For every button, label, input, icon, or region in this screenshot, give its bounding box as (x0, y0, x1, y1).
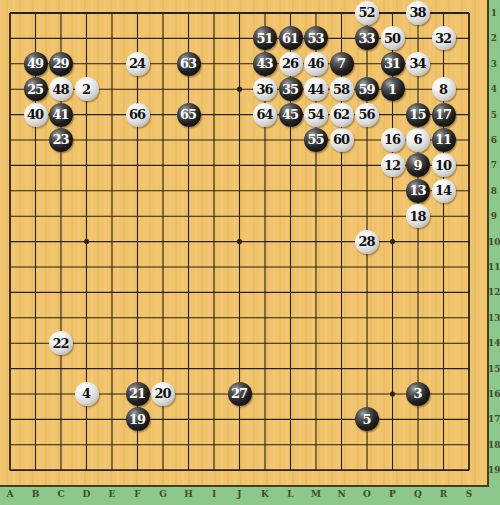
stone-black-29[interactable]: 29 (49, 52, 73, 76)
row-label-1: 1 (488, 8, 500, 18)
stone-move-number: 1 (388, 83, 396, 96)
col-label-B: B (32, 489, 40, 499)
stone-black-5[interactable]: 5 (355, 407, 379, 431)
stone-move-number: 56 (358, 108, 374, 121)
stone-move-number: 10 (435, 159, 451, 172)
stone-black-51[interactable]: 51 (253, 26, 277, 50)
stone-move-number: 51 (256, 32, 272, 45)
col-label-I: I (212, 489, 216, 499)
stone-black-11[interactable]: 11 (432, 128, 456, 152)
stone-move-number: 7 (337, 57, 345, 70)
stone-move-number: 15 (409, 108, 425, 121)
row-label-5: 5 (488, 110, 500, 120)
stone-black-15[interactable]: 15 (406, 103, 430, 127)
stone-move-number: 52 (358, 6, 374, 19)
row-label-14: 14 (488, 338, 500, 348)
stone-black-23[interactable]: 23 (49, 128, 73, 152)
row-label-3: 3 (488, 59, 500, 69)
row-label-9: 9 (488, 211, 500, 221)
stone-move-number: 58 (333, 83, 349, 96)
stone-black-19[interactable]: 19 (126, 407, 150, 431)
stone-move-number: 11 (435, 133, 451, 146)
stone-white-24[interactable]: 24 (126, 52, 150, 76)
row-label-15: 15 (488, 364, 500, 374)
stone-white-14[interactable]: 14 (432, 179, 456, 203)
stone-move-number: 36 (256, 83, 272, 96)
col-label-F: F (134, 489, 140, 499)
stone-white-2[interactable]: 2 (75, 77, 99, 101)
stone-white-10[interactable]: 10 (432, 153, 456, 177)
stone-black-41[interactable]: 41 (49, 103, 73, 127)
stone-move-number: 46 (307, 57, 323, 70)
col-label-M: M (311, 489, 321, 499)
stone-move-number: 25 (27, 83, 43, 96)
stone-move-number: 21 (129, 387, 145, 400)
col-label-E: E (109, 489, 116, 499)
row-label-17: 17 (488, 414, 500, 424)
stone-white-36[interactable]: 36 (253, 77, 277, 101)
col-label-O: O (363, 489, 371, 499)
row-label-4: 4 (488, 84, 500, 94)
stone-move-number: 50 (384, 32, 400, 45)
stone-white-60[interactable]: 60 (330, 128, 354, 152)
row-label-6: 6 (488, 135, 500, 145)
col-label-K: K (261, 489, 269, 499)
stone-white-52[interactable]: 52 (355, 1, 379, 25)
row-label-16: 16 (488, 389, 500, 399)
go-board-diagram: 1234567891011121314151617181920212223242… (0, 0, 500, 505)
stone-move-number: 18 (409, 210, 425, 223)
stone-move-number: 13 (409, 184, 425, 197)
col-label-C: C (57, 489, 64, 499)
stone-white-44[interactable]: 44 (304, 77, 328, 101)
stone-white-62[interactable]: 62 (330, 103, 354, 127)
stone-move-number: 12 (384, 159, 400, 172)
stone-move-number: 28 (358, 235, 374, 248)
col-label-L: L (287, 489, 293, 499)
stone-move-number: 38 (409, 6, 425, 19)
stone-move-number: 31 (384, 57, 400, 70)
stone-move-number: 16 (384, 133, 400, 146)
stone-black-61[interactable]: 61 (279, 26, 303, 50)
col-label-G: G (159, 489, 167, 499)
col-label-H: H (184, 489, 193, 499)
stone-white-18[interactable]: 18 (406, 204, 430, 228)
stone-black-53[interactable]: 53 (304, 26, 328, 50)
stone-move-number: 9 (413, 159, 421, 172)
stone-black-49[interactable]: 49 (24, 52, 48, 76)
stone-move-number: 43 (256, 57, 272, 70)
stone-move-number: 14 (435, 184, 451, 197)
stone-move-number: 24 (129, 57, 145, 70)
stone-white-58[interactable]: 58 (330, 77, 354, 101)
stone-white-12[interactable]: 12 (381, 153, 405, 177)
stone-white-64[interactable]: 64 (253, 103, 277, 127)
stone-move-number: 33 (358, 32, 374, 45)
stone-white-48[interactable]: 48 (49, 77, 73, 101)
stone-white-32[interactable]: 32 (432, 26, 456, 50)
stone-move-number: 44 (307, 83, 323, 96)
stone-move-number: 19 (129, 413, 145, 426)
col-label-N: N (337, 489, 345, 499)
stone-move-number: 8 (439, 83, 447, 96)
stone-black-35[interactable]: 35 (279, 77, 303, 101)
stone-move-number: 34 (409, 57, 425, 70)
stone-black-17[interactable]: 17 (432, 103, 456, 127)
col-label-P: P (389, 489, 396, 499)
stone-white-8[interactable]: 8 (432, 77, 456, 101)
row-label-2: 2 (488, 33, 500, 43)
row-label-8: 8 (488, 186, 500, 196)
stone-black-3[interactable]: 3 (406, 382, 430, 406)
col-label-D: D (83, 489, 91, 499)
stone-white-28[interactable]: 28 (355, 230, 379, 254)
stone-move-number: 26 (282, 57, 298, 70)
col-label-S: S (466, 489, 473, 499)
stone-move-number: 29 (52, 57, 68, 70)
stones-grid: 1234567891011121314151617181920212223242… (0, 0, 482, 483)
stone-move-number: 45 (282, 108, 298, 121)
stone-white-34[interactable]: 34 (406, 52, 430, 76)
stone-move-number: 54 (307, 108, 323, 121)
stone-move-number: 4 (82, 387, 90, 400)
stone-move-number: 63 (180, 57, 196, 70)
stone-move-number: 22 (52, 337, 68, 350)
stone-white-50[interactable]: 50 (381, 26, 405, 50)
stone-move-number: 53 (307, 32, 323, 45)
stone-black-43[interactable]: 43 (253, 52, 277, 76)
stone-move-number: 32 (435, 32, 451, 45)
stone-move-number: 35 (282, 83, 298, 96)
stone-move-number: 65 (180, 108, 196, 121)
stone-white-20[interactable]: 20 (151, 382, 175, 406)
stone-move-number: 49 (27, 57, 43, 70)
stone-move-number: 66 (129, 108, 145, 121)
stone-black-9[interactable]: 9 (406, 153, 430, 177)
stone-move-number: 59 (358, 83, 374, 96)
stone-black-63[interactable]: 63 (177, 52, 201, 76)
stone-black-55[interactable]: 55 (304, 128, 328, 152)
stone-move-number: 3 (413, 387, 421, 400)
stone-move-number: 23 (52, 133, 68, 146)
stone-black-31[interactable]: 31 (381, 52, 405, 76)
stone-black-7[interactable]: 7 (330, 52, 354, 76)
stone-white-40[interactable]: 40 (24, 103, 48, 127)
stone-white-16[interactable]: 16 (381, 128, 405, 152)
stone-black-59[interactable]: 59 (355, 77, 379, 101)
stone-move-number: 62 (333, 108, 349, 121)
stone-white-6[interactable]: 6 (406, 128, 430, 152)
stone-black-33[interactable]: 33 (355, 26, 379, 50)
stone-black-25[interactable]: 25 (24, 77, 48, 101)
row-label-12: 12 (488, 287, 500, 297)
stone-white-38[interactable]: 38 (406, 1, 430, 25)
stone-move-number: 48 (52, 83, 68, 96)
row-label-10: 10 (488, 237, 500, 247)
stone-black-13[interactable]: 13 (406, 179, 430, 203)
col-label-Q: Q (414, 489, 422, 499)
stone-white-22[interactable]: 22 (49, 331, 73, 355)
stone-move-number: 61 (282, 32, 298, 45)
stone-white-4[interactable]: 4 (75, 382, 99, 406)
stone-black-1[interactable]: 1 (381, 77, 405, 101)
stone-move-number: 20 (154, 387, 170, 400)
stone-move-number: 41 (52, 108, 68, 121)
col-label-A: A (7, 489, 14, 499)
row-label-19: 19 (488, 465, 500, 475)
stone-white-46[interactable]: 46 (304, 52, 328, 76)
stone-black-65[interactable]: 65 (177, 103, 201, 127)
stone-move-number: 2 (82, 83, 90, 96)
row-label-7: 7 (488, 160, 500, 170)
stone-black-21[interactable]: 21 (126, 382, 150, 406)
row-label-11: 11 (488, 262, 500, 272)
stone-move-number: 64 (256, 108, 272, 121)
stone-white-26[interactable]: 26 (279, 52, 303, 76)
stone-move-number: 60 (333, 133, 349, 146)
stone-move-number: 5 (362, 413, 370, 426)
stone-white-56[interactable]: 56 (355, 103, 379, 127)
row-label-18: 18 (488, 440, 500, 450)
stone-move-number: 27 (231, 387, 247, 400)
stone-black-27[interactable]: 27 (228, 382, 252, 406)
stone-move-number: 17 (435, 108, 451, 121)
stone-white-54[interactable]: 54 (304, 103, 328, 127)
col-label-R: R (440, 489, 447, 499)
col-label-J: J (237, 489, 241, 499)
stone-move-number: 6 (413, 133, 421, 146)
stone-move-number: 40 (27, 108, 43, 121)
stone-white-66[interactable]: 66 (126, 103, 150, 127)
stone-move-number: 55 (307, 133, 323, 146)
stone-black-45[interactable]: 45 (279, 103, 303, 127)
row-label-13: 13 (488, 313, 500, 323)
